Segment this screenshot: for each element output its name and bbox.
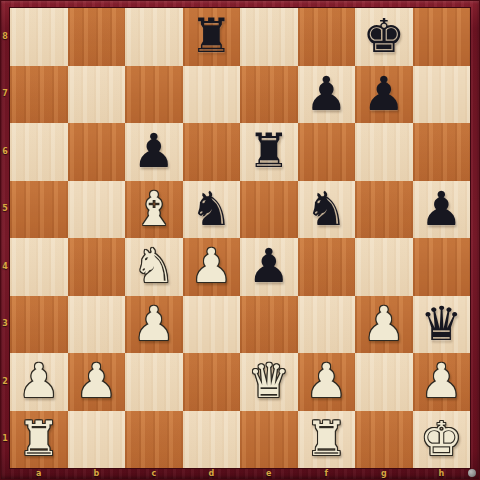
square-g8[interactable]: ♚ [355,8,413,66]
rank-label-1: 1 [0,434,10,443]
rank-label-3: 3 [0,319,10,328]
file-label-a: a [33,469,45,479]
rank-label-6: 6 [0,147,10,156]
square-b2[interactable]: ♟ [68,353,126,411]
square-h4[interactable] [413,238,471,296]
square-a3[interactable] [10,296,68,354]
piece-white-pawn[interactable]: ♟ [363,300,405,347]
square-a2[interactable]: ♟ [10,353,68,411]
square-h8[interactable] [413,8,471,66]
piece-white-pawn[interactable]: ♟ [305,357,347,404]
square-e7[interactable] [240,66,298,124]
square-g1[interactable] [355,411,413,469]
square-d1[interactable] [183,411,241,469]
piece-black-pawn[interactable]: ♟ [305,70,347,117]
square-d8[interactable]: ♜ [183,8,241,66]
piece-white-bishop[interactable]: ♝ [133,185,175,232]
square-h1[interactable]: ♚ [413,411,471,469]
square-c5[interactable]: ♝ [125,181,183,239]
square-a1[interactable]: ♜ [10,411,68,469]
square-h2[interactable]: ♟ [413,353,471,411]
square-e8[interactable] [240,8,298,66]
square-f8[interactable] [298,8,356,66]
rank-label-5: 5 [0,204,10,213]
square-d2[interactable] [183,353,241,411]
file-label-d: d [205,469,217,479]
square-f7[interactable]: ♟ [298,66,356,124]
piece-black-rook[interactable]: ♜ [248,127,290,174]
square-g4[interactable] [355,238,413,296]
square-e1[interactable] [240,411,298,469]
square-h5[interactable]: ♟ [413,181,471,239]
square-b5[interactable] [68,181,126,239]
square-e2[interactable]: ♛ [240,353,298,411]
square-b4[interactable] [68,238,126,296]
square-e5[interactable] [240,181,298,239]
file-label-f: f [320,469,332,479]
piece-white-pawn[interactable]: ♟ [18,357,60,404]
file-label-e: e [263,469,275,479]
square-d3[interactable] [183,296,241,354]
square-f2[interactable]: ♟ [298,353,356,411]
square-e6[interactable]: ♜ [240,123,298,181]
piece-white-pawn[interactable]: ♟ [190,242,232,289]
square-g3[interactable]: ♟ [355,296,413,354]
square-b3[interactable] [68,296,126,354]
rank-label-4: 4 [0,262,10,271]
piece-white-rook[interactable]: ♜ [18,415,60,462]
rank-label-2: 2 [0,377,10,386]
file-label-c: c [148,469,160,479]
square-f1[interactable]: ♜ [298,411,356,469]
piece-black-pawn[interactable]: ♟ [248,242,290,289]
square-b1[interactable] [68,411,126,469]
piece-white-pawn[interactable]: ♟ [420,357,462,404]
corner-marker-dot [468,469,476,477]
rank-label-8: 8 [0,32,10,41]
piece-white-pawn[interactable]: ♟ [75,357,117,404]
square-g5[interactable] [355,181,413,239]
piece-black-pawn[interactable]: ♟ [363,70,405,117]
file-label-b: b [90,469,102,479]
square-c1[interactable] [125,411,183,469]
file-label-h: h [435,469,447,479]
square-a8[interactable] [10,8,68,66]
piece-black-pawn[interactable]: ♟ [420,185,462,232]
piece-black-rook[interactable]: ♜ [190,12,232,59]
square-h6[interactable] [413,123,471,181]
square-a5[interactable] [10,181,68,239]
square-d4[interactable]: ♟ [183,238,241,296]
piece-black-knight[interactable]: ♞ [305,185,347,232]
square-e4[interactable]: ♟ [240,238,298,296]
square-a7[interactable] [10,66,68,124]
square-g6[interactable] [355,123,413,181]
square-b6[interactable] [68,123,126,181]
piece-white-king[interactable]: ♚ [420,415,462,462]
square-c8[interactable] [125,8,183,66]
chess-board: ♜♚♟♟♟♜♝♞♞♟♞♟♟♟♟♛♟♟♛♟♟♜♜♚ [10,8,470,468]
square-b8[interactable] [68,8,126,66]
piece-white-pawn[interactable]: ♟ [133,300,175,347]
square-g7[interactable]: ♟ [355,66,413,124]
square-c4[interactable]: ♞ [125,238,183,296]
square-f6[interactable] [298,123,356,181]
piece-white-queen[interactable]: ♛ [248,357,290,404]
square-f4[interactable] [298,238,356,296]
square-f3[interactable] [298,296,356,354]
square-a6[interactable] [10,123,68,181]
piece-black-knight[interactable]: ♞ [190,185,232,232]
piece-black-pawn[interactable]: ♟ [133,127,175,174]
piece-white-rook[interactable]: ♜ [305,415,347,462]
square-h3[interactable]: ♛ [413,296,471,354]
rank-label-7: 7 [0,89,10,98]
square-c7[interactable] [125,66,183,124]
square-d7[interactable] [183,66,241,124]
square-c2[interactable] [125,353,183,411]
piece-black-king[interactable]: ♚ [363,12,405,59]
square-e3[interactable] [240,296,298,354]
square-g2[interactable] [355,353,413,411]
square-a4[interactable] [10,238,68,296]
square-h7[interactable] [413,66,471,124]
square-d6[interactable] [183,123,241,181]
piece-white-knight[interactable]: ♞ [133,242,175,289]
file-label-g: g [378,469,390,479]
piece-black-queen[interactable]: ♛ [420,300,462,347]
chess-board-frame: ♜♚♟♟♟♜♝♞♞♟♞♟♟♟♟♛♟♟♛♟♟♜♜♚ 87654321abcdefg… [0,0,480,480]
square-b7[interactable] [68,66,126,124]
square-c3[interactable]: ♟ [125,296,183,354]
square-f5[interactable]: ♞ [298,181,356,239]
square-d5[interactable]: ♞ [183,181,241,239]
square-c6[interactable]: ♟ [125,123,183,181]
